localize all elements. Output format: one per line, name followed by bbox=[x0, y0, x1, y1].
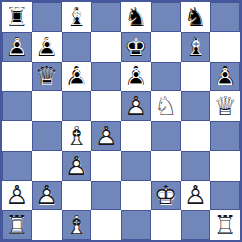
white-knight[interactable]: ♞♘ bbox=[151, 91, 181, 121]
square-b4[interactable] bbox=[32, 121, 62, 151]
square-e2[interactable] bbox=[121, 181, 151, 211]
square-a7[interactable]: ♟♙ bbox=[2, 32, 32, 62]
square-b7[interactable]: ♟♙ bbox=[32, 32, 62, 62]
white-queen-fill-glyph: ♛ bbox=[211, 92, 240, 121]
white-rook-outline-glyph: ♖ bbox=[2, 210, 32, 240]
black-queen[interactable]: ♛♕ bbox=[32, 62, 62, 92]
square-a5[interactable] bbox=[2, 91, 32, 121]
square-g6[interactable] bbox=[181, 62, 211, 92]
square-e6[interactable]: ♟♙ bbox=[121, 62, 151, 92]
black-pawn[interactable]: ♟♙ bbox=[2, 32, 32, 62]
square-h4[interactable] bbox=[210, 121, 240, 151]
white-bishop-fill-glyph: ♝ bbox=[62, 211, 91, 240]
black-pawn-fill-glyph: ♟ bbox=[121, 62, 151, 92]
square-a8[interactable]: ♜♖ bbox=[2, 2, 32, 32]
square-e8[interactable]: ♞♘ bbox=[121, 2, 151, 32]
square-g3[interactable] bbox=[181, 151, 211, 181]
white-queen-outline-glyph: ♕ bbox=[210, 91, 240, 121]
white-queen[interactable]: ♛♕ bbox=[210, 91, 240, 121]
white-pawn-outline-glyph: ♙ bbox=[2, 181, 32, 211]
white-bishop[interactable]: ♝♗ bbox=[62, 121, 92, 151]
square-c3[interactable]: ♟♙ bbox=[62, 151, 92, 181]
square-d3[interactable] bbox=[91, 151, 121, 181]
white-pawn[interactable]: ♟♙ bbox=[2, 181, 32, 211]
white-bishop-outline-glyph: ♗ bbox=[62, 210, 92, 240]
square-f5[interactable]: ♞♘ bbox=[151, 91, 181, 121]
white-king-fill-glyph: ♚ bbox=[151, 181, 180, 210]
white-pawn[interactable]: ♟♙ bbox=[62, 151, 92, 181]
white-rook-fill-glyph: ♜ bbox=[3, 211, 32, 240]
square-g2[interactable]: ♟♙ bbox=[181, 181, 211, 211]
square-b5[interactable] bbox=[32, 91, 62, 121]
black-pawn-fill-glyph: ♟ bbox=[2, 32, 32, 62]
white-king-outline-glyph: ♔ bbox=[151, 181, 181, 211]
white-pawn[interactable]: ♟♙ bbox=[181, 181, 211, 211]
square-f1[interactable] bbox=[151, 210, 181, 240]
black-pawn[interactable]: ♟♙ bbox=[62, 62, 92, 92]
square-h1[interactable]: ♜♖ bbox=[210, 210, 240, 240]
white-pawn-fill-glyph: ♟ bbox=[122, 92, 151, 121]
square-d6[interactable] bbox=[91, 62, 121, 92]
square-c5[interactable] bbox=[62, 91, 92, 121]
black-pawn-outline-glyph: ♙ bbox=[122, 63, 149, 90]
square-h7[interactable] bbox=[210, 32, 240, 62]
square-d1[interactable] bbox=[91, 210, 121, 240]
black-knight-outline-glyph: ♘ bbox=[182, 3, 209, 30]
square-g8[interactable]: ♞♘ bbox=[181, 2, 211, 32]
white-pawn-outline-glyph: ♙ bbox=[32, 181, 62, 211]
white-knight-fill-glyph: ♞ bbox=[151, 92, 180, 121]
square-e1[interactable] bbox=[121, 210, 151, 240]
black-knight[interactable]: ♞♘ bbox=[121, 2, 151, 32]
white-pawn-fill-glyph: ♟ bbox=[32, 181, 61, 210]
white-rook-fill-glyph: ♜ bbox=[211, 211, 240, 240]
square-d8[interactable] bbox=[91, 2, 121, 32]
black-pawn-outline-glyph: ♙ bbox=[33, 33, 60, 60]
white-rook[interactable]: ♜♖ bbox=[210, 210, 240, 240]
black-queen-fill-glyph: ♛ bbox=[32, 62, 62, 92]
square-a6[interactable] bbox=[2, 62, 32, 92]
square-b6[interactable]: ♛♕ bbox=[32, 62, 62, 92]
square-d7[interactable] bbox=[91, 32, 121, 62]
square-g1[interactable] bbox=[181, 210, 211, 240]
square-c4[interactable]: ♝♗ bbox=[62, 121, 92, 151]
square-d5[interactable] bbox=[91, 91, 121, 121]
square-f7[interactable] bbox=[151, 32, 181, 62]
square-c6[interactable]: ♟♙ bbox=[62, 62, 92, 92]
square-d2[interactable] bbox=[91, 181, 121, 211]
chess-board: ♜♖♝♗♞♘♞♘♟♙♟♙♚♔♝♗♛♕♟♙♟♙♟♙♟♙♞♘♛♕♝♗♟♙♟♙♟♙♟♙… bbox=[0, 0, 242, 242]
black-bishop-fill-glyph: ♝ bbox=[62, 2, 92, 32]
square-c7[interactable] bbox=[62, 32, 92, 62]
white-rook-outline-glyph: ♖ bbox=[210, 210, 240, 240]
white-pawn[interactable]: ♟♙ bbox=[91, 121, 121, 151]
white-king[interactable]: ♚♔ bbox=[151, 181, 181, 211]
square-b2[interactable]: ♟♙ bbox=[32, 181, 62, 211]
black-knight-outline-glyph: ♘ bbox=[122, 3, 149, 30]
black-pawn[interactable]: ♟♙ bbox=[121, 62, 151, 92]
white-pawn[interactable]: ♟♙ bbox=[121, 91, 151, 121]
white-pawn[interactable]: ♟♙ bbox=[32, 181, 62, 211]
square-d4[interactable]: ♟♙ bbox=[91, 121, 121, 151]
square-b1[interactable] bbox=[32, 210, 62, 240]
black-knight-fill-glyph: ♞ bbox=[181, 2, 211, 32]
square-e3[interactable] bbox=[121, 151, 151, 181]
square-f2[interactable]: ♚♔ bbox=[151, 181, 181, 211]
white-pawn-fill-glyph: ♟ bbox=[181, 181, 210, 210]
black-rook-outline-glyph: ♖ bbox=[3, 3, 30, 30]
square-h6[interactable]: ♟♙ bbox=[210, 62, 240, 92]
white-pawn-outline-glyph: ♙ bbox=[181, 181, 211, 211]
black-rook[interactable]: ♜♖ bbox=[2, 2, 32, 32]
square-b8[interactable] bbox=[32, 2, 62, 32]
black-bishop-outline-glyph: ♗ bbox=[182, 33, 209, 60]
square-g5[interactable] bbox=[181, 91, 211, 121]
white-bishop-fill-glyph: ♝ bbox=[62, 122, 91, 151]
white-pawn-fill-glyph: ♟ bbox=[92, 122, 121, 151]
square-e5[interactable]: ♟♙ bbox=[121, 91, 151, 121]
black-pawn-outline-glyph: ♙ bbox=[63, 63, 90, 90]
white-pawn-fill-glyph: ♟ bbox=[3, 181, 32, 210]
black-pawn-outline-glyph: ♙ bbox=[3, 33, 30, 60]
black-bishop-fill-glyph: ♝ bbox=[181, 32, 211, 62]
square-a4[interactable] bbox=[2, 121, 32, 151]
square-f3[interactable] bbox=[151, 151, 181, 181]
white-pawn-outline-glyph: ♙ bbox=[121, 91, 151, 121]
square-h3[interactable] bbox=[210, 151, 240, 181]
square-c2[interactable] bbox=[62, 181, 92, 211]
square-a3[interactable] bbox=[2, 151, 32, 181]
square-g7[interactable]: ♝♗ bbox=[181, 32, 211, 62]
white-pawn-outline-glyph: ♙ bbox=[62, 151, 92, 181]
black-king-outline-glyph: ♔ bbox=[122, 33, 149, 60]
white-pawn-outline-glyph: ♙ bbox=[91, 121, 121, 151]
square-f8[interactable] bbox=[151, 2, 181, 32]
white-bishop-outline-glyph: ♗ bbox=[62, 121, 92, 151]
black-knight[interactable]: ♞♘ bbox=[181, 2, 211, 32]
square-c1[interactable]: ♝♗ bbox=[62, 210, 92, 240]
black-pawn[interactable]: ♟♙ bbox=[32, 32, 62, 62]
square-e4[interactable] bbox=[121, 121, 151, 151]
square-a1[interactable]: ♜♖ bbox=[2, 210, 32, 240]
square-g4[interactable] bbox=[181, 121, 211, 151]
black-bishop[interactable]: ♝♗ bbox=[181, 32, 211, 62]
square-h5[interactable]: ♛♕ bbox=[210, 91, 240, 121]
white-rook[interactable]: ♜♖ bbox=[2, 210, 32, 240]
square-f6[interactable] bbox=[151, 62, 181, 92]
black-king[interactable]: ♚♔ bbox=[121, 32, 151, 62]
black-pawn-fill-glyph: ♟ bbox=[62, 62, 92, 92]
square-e7[interactable]: ♚♔ bbox=[121, 32, 151, 62]
black-pawn[interactable]: ♟♙ bbox=[210, 62, 240, 92]
square-h2[interactable] bbox=[210, 181, 240, 211]
square-a2[interactable]: ♟♙ bbox=[2, 181, 32, 211]
black-rook-fill-glyph: ♜ bbox=[2, 2, 32, 32]
square-h8[interactable] bbox=[210, 2, 240, 32]
white-pawn-fill-glyph: ♟ bbox=[62, 151, 91, 180]
white-bishop[interactable]: ♝♗ bbox=[62, 210, 92, 240]
black-king-fill-glyph: ♚ bbox=[121, 32, 151, 62]
black-pawn-fill-glyph: ♟ bbox=[210, 62, 240, 92]
white-knight-outline-glyph: ♘ bbox=[151, 91, 181, 121]
square-f4[interactable] bbox=[151, 121, 181, 151]
square-c8[interactable]: ♝♗ bbox=[62, 2, 92, 32]
black-pawn-fill-glyph: ♟ bbox=[32, 32, 62, 62]
black-queen-outline-glyph: ♕ bbox=[33, 63, 60, 90]
square-b3[interactable] bbox=[32, 151, 62, 181]
black-knight-fill-glyph: ♞ bbox=[121, 2, 151, 32]
black-pawn-outline-glyph: ♙ bbox=[211, 63, 238, 90]
black-bishop-outline-glyph: ♗ bbox=[63, 3, 90, 30]
black-bishop[interactable]: ♝♗ bbox=[62, 2, 92, 32]
